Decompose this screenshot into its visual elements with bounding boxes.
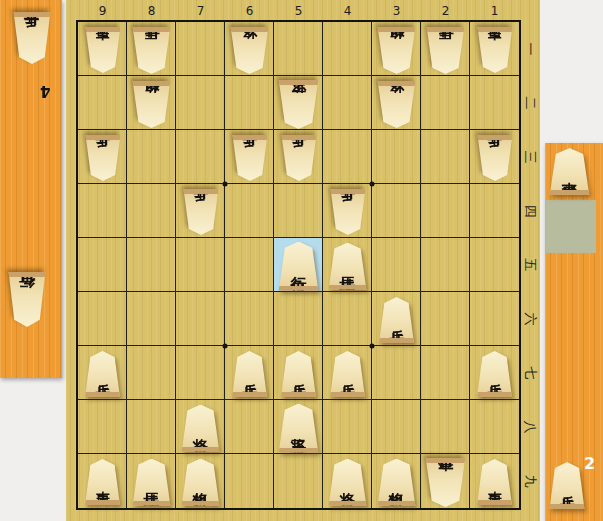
piece-kanji: 金将 xyxy=(340,479,356,485)
shogi-piece-gote[interactable]: 歩兵 xyxy=(329,189,367,235)
board-cell[interactable] xyxy=(372,238,421,292)
board-cell[interactable] xyxy=(323,130,372,184)
board-cell[interactable] xyxy=(372,130,421,184)
piece-kanji: 歩兵 xyxy=(193,209,208,215)
piece-kanji: 桂馬 xyxy=(340,263,356,269)
piece-kanji: 歩兵 xyxy=(389,317,404,323)
shogi-piece-gote[interactable]: 歩兵 xyxy=(280,135,318,181)
rank-label: 三 xyxy=(519,130,540,184)
shogi-piece-gote[interactable]: 銀将 xyxy=(376,27,417,74)
piece-kanji: 金将 xyxy=(242,47,258,53)
shogi-piece-sente[interactable]: 歩兵 xyxy=(548,462,586,509)
piece-kanji: 歩兵 xyxy=(291,371,306,377)
shogi-piece-sente[interactable]: 金将 xyxy=(180,405,221,452)
piece-face: 金将 xyxy=(327,459,368,506)
piece-face: 王将 xyxy=(277,80,320,129)
board-cell[interactable] xyxy=(78,292,127,346)
piece-face: 香車 xyxy=(476,27,514,73)
piece-kanji: 金将 xyxy=(193,425,209,431)
shogi-piece-gote[interactable]: 香車 xyxy=(476,27,514,73)
shogi-piece-sente[interactable]: 香車 xyxy=(476,459,514,505)
piece-kanji: 香車 xyxy=(487,47,502,53)
file-label: 6 xyxy=(225,2,274,20)
file-label: 9 xyxy=(78,2,127,20)
piece-kanji: 歩兵 xyxy=(25,35,40,41)
piece-kanji: 歩兵 xyxy=(242,371,257,377)
board-cell[interactable] xyxy=(225,292,274,346)
piece-face: 桂馬 xyxy=(131,459,172,506)
piece-kanji: 銀将 xyxy=(144,101,160,107)
star-point xyxy=(223,344,228,349)
shogi-piece-gote[interactable]: 香車 xyxy=(84,27,122,73)
star-point xyxy=(370,344,375,349)
piece-kanji: 桂馬 xyxy=(144,479,160,485)
shogi-piece-gote[interactable]: 桂馬 xyxy=(131,27,172,74)
board-cell[interactable] xyxy=(176,130,225,184)
board-cell[interactable] xyxy=(127,346,176,400)
board-cell[interactable] xyxy=(176,292,225,346)
board-cell[interactable] xyxy=(127,184,176,238)
board-cell[interactable] xyxy=(470,400,519,454)
shogi-piece-sente[interactable]: 銀将 xyxy=(376,459,417,506)
piece-kanji: 香車 xyxy=(95,47,110,53)
file-label: 5 xyxy=(274,2,323,20)
rank-labels: 一二三四五六七八九 xyxy=(519,22,540,508)
piece-face: 歩兵 xyxy=(329,351,367,397)
board-cell[interactable] xyxy=(78,184,127,238)
shogi-piece-sente[interactable]: 銀将 xyxy=(180,459,221,506)
board-cell[interactable] xyxy=(372,346,421,400)
piece-face: 歩兵 xyxy=(329,189,367,235)
board-cell[interactable] xyxy=(421,346,470,400)
piece-face: 桂馬 xyxy=(327,243,368,290)
rank-label: 八 xyxy=(519,400,540,454)
piece-kanji: 香車 xyxy=(95,479,110,485)
piece-kanji: 歩兵 xyxy=(560,483,575,489)
board-cell[interactable] xyxy=(78,76,127,130)
board-cell[interactable] xyxy=(225,184,274,238)
shogi-piece-gote[interactable]: 王将 xyxy=(277,80,320,129)
piece-kanji: 桂馬 xyxy=(144,47,160,53)
shogi-piece-sente[interactable]: 歩兵 xyxy=(231,351,269,397)
shogi-piece-gote[interactable]: 歩兵 xyxy=(182,189,220,235)
piece-face: 歩兵 xyxy=(231,135,269,181)
rank-label: 四 xyxy=(519,184,540,238)
piece-face: 銀将 xyxy=(180,459,221,506)
piece-face: 香車 xyxy=(84,27,122,73)
piece-kanji: 桂馬 xyxy=(438,47,454,53)
board-cell[interactable] xyxy=(323,22,372,76)
piece-kanji: 銀将 xyxy=(389,479,405,485)
board-cell[interactable] xyxy=(274,184,323,238)
rank-label: 五 xyxy=(519,238,540,292)
board-cell[interactable] xyxy=(127,292,176,346)
file-label: 2 xyxy=(421,2,470,20)
board-cell[interactable] xyxy=(323,400,372,454)
board-cell[interactable] xyxy=(225,76,274,130)
rank-label: 一 xyxy=(519,22,540,76)
piece-kanji: 歩兵 xyxy=(95,155,110,161)
board-cell[interactable] xyxy=(372,184,421,238)
piece-kanji: 飛車 xyxy=(438,479,454,485)
board-cell[interactable] xyxy=(176,76,225,130)
piece-kanji: 玉将 xyxy=(291,425,307,431)
piece-face: 歩兵 xyxy=(231,351,269,397)
board-cell[interactable] xyxy=(470,238,519,292)
piece-face: 桂馬 xyxy=(131,27,172,74)
file-label: 8 xyxy=(127,2,176,20)
piece-face: 玉将 xyxy=(277,404,320,453)
board-cell[interactable] xyxy=(274,22,323,76)
piece-face: 歩兵 xyxy=(12,12,52,64)
piece-kanji: 歩兵 xyxy=(291,155,306,161)
rank-label: 二 xyxy=(519,76,540,130)
rank-label: 七 xyxy=(519,346,540,400)
piece-face: 金将 xyxy=(180,405,221,452)
board-cell[interactable] xyxy=(127,400,176,454)
shogi-piece-sente[interactable]: 金将 xyxy=(327,459,368,506)
board-cell[interactable] xyxy=(176,346,225,400)
shogi-piece-sente[interactable]: 桂馬 xyxy=(131,459,172,506)
board-cell[interactable] xyxy=(323,76,372,130)
piece-face: 歩兵 xyxy=(280,351,318,397)
shogi-piece-gote[interactable]: 銀将 xyxy=(131,81,172,128)
board-cell[interactable] xyxy=(421,292,470,346)
board-cell[interactable] xyxy=(176,22,225,76)
shogi-piece-sente[interactable]: 玉将 xyxy=(277,404,320,453)
piece-face: 歩兵 xyxy=(548,462,586,509)
shogi-piece-sente[interactable]: 歩兵 xyxy=(378,297,416,343)
board-cell[interactable] xyxy=(127,238,176,292)
piece-kanji: 歩兵 xyxy=(487,371,502,377)
shogi-piece-sente[interactable]: 桂馬 xyxy=(327,243,368,290)
file-label: 1 xyxy=(470,2,519,20)
file-label: 3 xyxy=(372,2,421,20)
board-cell[interactable] xyxy=(274,292,323,346)
piece-face: 香車 xyxy=(84,459,122,505)
board-cell[interactable] xyxy=(127,130,176,184)
shogi-piece-gote[interactable]: 金将 xyxy=(376,81,417,128)
piece-kanji: 飛車 xyxy=(562,169,578,175)
empty-piece-slot xyxy=(546,200,596,253)
piece-face: 銀将 xyxy=(376,459,417,506)
piece-face: 角行 xyxy=(277,242,320,291)
board-cell[interactable] xyxy=(421,130,470,184)
piece-face: 歩兵 xyxy=(280,135,318,181)
board-cell[interactable] xyxy=(421,76,470,130)
shogi-piece-gote[interactable]: 桂馬 xyxy=(425,27,466,74)
board-cell[interactable] xyxy=(274,454,323,508)
piece-face: 銀将 xyxy=(376,27,417,74)
shogi-board: 香車桂馬金将銀将桂馬香車銀将王将金将歩兵歩兵歩兵歩兵歩兵歩兵角行桂馬歩兵歩兵歩兵… xyxy=(76,20,521,510)
rank-label: 六 xyxy=(519,292,540,346)
piece-face: 歩兵 xyxy=(378,297,416,343)
piece-face: 歩兵 xyxy=(84,351,122,397)
board-cell[interactable] xyxy=(78,400,127,454)
star-point xyxy=(223,182,228,187)
shogi-piece-sente[interactable]: 歩兵 xyxy=(329,351,367,397)
shogi-piece-gote[interactable]: 歩兵 xyxy=(12,12,52,64)
piece-face: 歩兵 xyxy=(182,189,220,235)
shogi-piece-gote[interactable]: 飛車 xyxy=(424,458,467,507)
board-cell[interactable] xyxy=(421,238,470,292)
file-label: 4 xyxy=(323,2,372,20)
shogi-piece-sente[interactable]: 飛車 xyxy=(548,148,591,195)
piece-kanji: 銀将 xyxy=(193,479,209,485)
gote-pawn-count: 4 xyxy=(40,82,50,100)
board-cell[interactable] xyxy=(78,238,127,292)
piece-kanji: 歩兵 xyxy=(242,155,257,161)
board-cell[interactable] xyxy=(372,400,421,454)
shogi-piece-gote[interactable]: 歩兵 xyxy=(231,135,269,181)
piece-kanji: 歩兵 xyxy=(340,371,355,377)
piece-face: 角行 xyxy=(7,272,47,327)
piece-face: 桂馬 xyxy=(425,27,466,74)
piece-kanji: 金将 xyxy=(389,101,405,107)
piece-kanji: 歩兵 xyxy=(487,155,502,161)
star-point xyxy=(370,182,375,187)
shogi-piece-sente[interactable]: 角行 xyxy=(277,242,320,291)
board-cell[interactable] xyxy=(470,76,519,130)
piece-kanji: 王将 xyxy=(291,101,307,107)
board-cell[interactable] xyxy=(470,184,519,238)
piece-kanji: 角行 xyxy=(291,263,307,269)
board-cell[interactable] xyxy=(470,292,519,346)
file-labels: 987654321 xyxy=(78,2,519,20)
piece-kanji: 香車 xyxy=(487,479,502,485)
piece-face: 歩兵 xyxy=(84,135,122,181)
rank-label: 九 xyxy=(519,454,540,508)
piece-face: 歩兵 xyxy=(476,351,514,397)
board-cell[interactable] xyxy=(225,400,274,454)
board-cell[interactable] xyxy=(421,400,470,454)
piece-face: 飛車 xyxy=(548,148,591,195)
shogi-piece-sente[interactable]: 香車 xyxy=(84,459,122,505)
piece-kanji: 銀将 xyxy=(389,47,405,53)
board-cell[interactable] xyxy=(323,292,372,346)
piece-kanji: 角行 xyxy=(19,297,35,303)
piece-kanji: 歩兵 xyxy=(95,371,110,377)
piece-kanji: 歩兵 xyxy=(340,209,355,215)
piece-face: 金将 xyxy=(376,81,417,128)
piece-face: 飛車 xyxy=(424,458,467,507)
file-label: 7 xyxy=(176,2,225,20)
board-cell[interactable] xyxy=(421,184,470,238)
shogi-piece-sente[interactable]: 歩兵 xyxy=(476,351,514,397)
shogi-piece-sente[interactable]: 歩兵 xyxy=(280,351,318,397)
shogi-piece-gote[interactable]: 金将 xyxy=(229,27,270,74)
piece-face: 銀将 xyxy=(131,81,172,128)
shogi-piece-gote[interactable]: 歩兵 xyxy=(476,135,514,181)
piece-face: 香車 xyxy=(476,459,514,505)
shogi-piece-gote[interactable]: 歩兵 xyxy=(84,135,122,181)
piece-face: 金将 xyxy=(229,27,270,74)
piece-face: 歩兵 xyxy=(476,135,514,181)
board-cell[interactable] xyxy=(176,238,225,292)
board-cell[interactable] xyxy=(225,238,274,292)
shogi-piece-gote[interactable]: 角行 xyxy=(7,272,47,327)
shogi-piece-sente[interactable]: 歩兵 xyxy=(84,351,122,397)
board-cell[interactable] xyxy=(225,454,274,508)
